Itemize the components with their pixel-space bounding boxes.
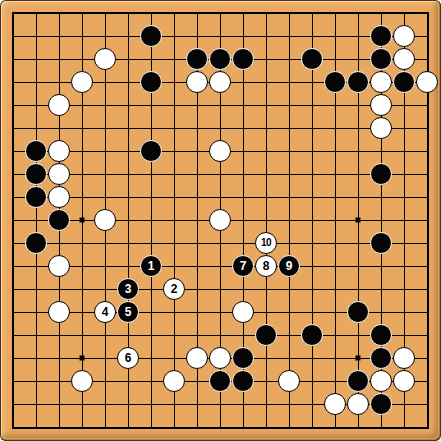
white-stone xyxy=(48,301,70,323)
black-stone xyxy=(25,163,47,185)
go-board[interactable]: 12345678910 xyxy=(0,0,441,441)
white-stone xyxy=(48,94,70,116)
star-point xyxy=(356,356,361,361)
white-stone xyxy=(393,370,415,392)
black-stone xyxy=(347,301,369,323)
white-stone xyxy=(48,255,70,277)
black-stone xyxy=(232,48,254,70)
black-stone xyxy=(347,71,369,93)
white-stone xyxy=(209,140,231,162)
white-stone xyxy=(71,71,93,93)
move-1-stone: 1 xyxy=(140,255,162,277)
white-stone xyxy=(209,347,231,369)
black-stone xyxy=(25,140,47,162)
black-stone xyxy=(140,25,162,47)
move-7-stone: 7 xyxy=(232,255,254,277)
white-stone xyxy=(163,370,185,392)
white-stone xyxy=(209,71,231,93)
white-stone xyxy=(48,186,70,208)
white-stone xyxy=(232,301,254,323)
white-stone xyxy=(94,48,116,70)
white-stone xyxy=(48,163,70,185)
black-stone xyxy=(324,71,346,93)
black-stone xyxy=(370,25,392,47)
black-stone xyxy=(370,48,392,70)
black-stone xyxy=(301,324,323,346)
black-stone xyxy=(232,370,254,392)
white-stone xyxy=(393,347,415,369)
move-5-stone: 5 xyxy=(117,301,139,323)
move-6-stone: 6 xyxy=(117,347,139,369)
star-point xyxy=(80,356,85,361)
white-stone xyxy=(370,71,392,93)
white-stone xyxy=(370,370,392,392)
white-stone xyxy=(278,370,300,392)
move-3-stone: 3 xyxy=(117,278,139,300)
white-stone xyxy=(393,25,415,47)
black-stone xyxy=(370,393,392,415)
white-stone xyxy=(48,140,70,162)
white-stone xyxy=(370,94,392,116)
star-point xyxy=(356,218,361,223)
black-stone xyxy=(25,186,47,208)
white-stone xyxy=(347,393,369,415)
black-stone xyxy=(347,370,369,392)
black-stone xyxy=(370,324,392,346)
black-stone xyxy=(25,232,47,254)
black-stone xyxy=(370,232,392,254)
black-stone xyxy=(48,209,70,231)
white-stone xyxy=(370,117,392,139)
black-stone xyxy=(186,48,208,70)
black-stone xyxy=(370,347,392,369)
black-stone xyxy=(301,48,323,70)
black-stone xyxy=(393,71,415,93)
black-stone xyxy=(209,370,231,392)
move-4-stone: 4 xyxy=(94,301,116,323)
black-stone xyxy=(209,48,231,70)
move-10-stone: 10 xyxy=(255,232,277,254)
move-8-stone: 8 xyxy=(255,255,277,277)
white-stone xyxy=(186,347,208,369)
black-stone xyxy=(370,163,392,185)
white-stone xyxy=(71,370,93,392)
white-stone xyxy=(416,71,438,93)
white-stone xyxy=(186,71,208,93)
black-stone xyxy=(140,71,162,93)
white-stone xyxy=(209,209,231,231)
move-9-stone: 9 xyxy=(278,255,300,277)
white-stone xyxy=(393,48,415,70)
move-2-stone: 2 xyxy=(163,278,185,300)
white-stone xyxy=(94,209,116,231)
black-stone xyxy=(255,324,277,346)
star-point xyxy=(80,218,85,223)
white-stone xyxy=(324,393,346,415)
black-stone xyxy=(140,140,162,162)
black-stone xyxy=(232,347,254,369)
